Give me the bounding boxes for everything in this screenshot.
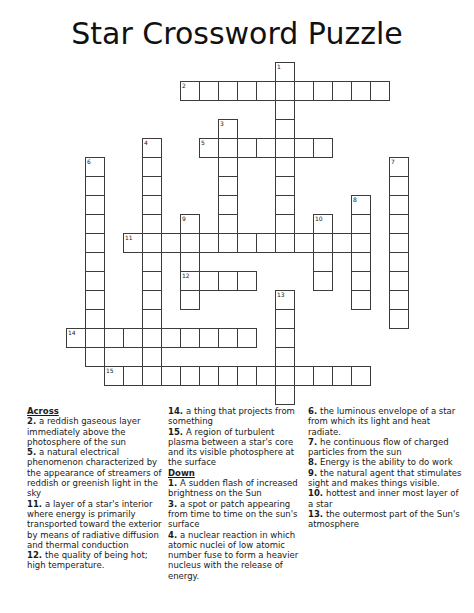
crossword-cell[interactable] [142, 347, 162, 367]
cell-number: 4 [144, 139, 148, 146]
crossword-cell[interactable] [142, 176, 162, 196]
clue-number: 15. [168, 427, 186, 437]
crossword-cell[interactable] [85, 176, 105, 196]
crossword-cell[interactable] [104, 328, 124, 348]
crossword-cell[interactable] [85, 347, 105, 367]
crossword-cell[interactable]: 9 [180, 214, 200, 234]
crossword-cell[interactable] [294, 366, 314, 386]
cell-number: 3 [220, 120, 224, 127]
cell-number: 2 [182, 82, 186, 89]
crossword-cell[interactable] [142, 214, 162, 234]
clue-number: 14. [168, 406, 186, 416]
crossword-cell[interactable] [142, 309, 162, 329]
crossword-cell[interactable] [389, 176, 409, 196]
crossword-cell[interactable] [161, 366, 181, 386]
crossword-cell[interactable] [275, 233, 295, 253]
crossword-cell[interactable] [389, 252, 409, 272]
crossword-cell[interactable] [332, 366, 352, 386]
crossword-cell[interactable] [389, 195, 409, 215]
crossword-cell[interactable] [389, 309, 409, 329]
crossword-cell[interactable] [199, 366, 219, 386]
crossword-cell[interactable] [275, 385, 295, 405]
clue-down-13: 13. the outermost part of the Sun's atmo… [308, 509, 462, 530]
cell-number: 9 [182, 215, 186, 222]
crossword-cell[interactable] [218, 81, 238, 101]
clue-number: 6. [308, 406, 320, 416]
crossword-cell[interactable] [142, 271, 162, 291]
crossword-cell[interactable]: 14 [66, 328, 86, 348]
crossword-cell[interactable] [218, 366, 238, 386]
crossword-cell[interactable] [313, 81, 333, 101]
crossword-cell[interactable]: 2 [180, 81, 200, 101]
clue-number: 4. [168, 530, 180, 540]
crossword-cell[interactable] [351, 81, 371, 101]
crossword-cell[interactable]: 11 [123, 233, 143, 253]
crossword-cell[interactable] [85, 271, 105, 291]
crossword-cell[interactable]: 5 [199, 138, 219, 158]
crossword-cell[interactable]: 15 [104, 366, 124, 386]
crossword-cell[interactable] [123, 328, 143, 348]
crossword-cell[interactable]: 7 [389, 157, 409, 177]
cell-number: 8 [353, 196, 357, 203]
cell-number: 12 [182, 272, 190, 279]
crossword-cell[interactable] [218, 176, 238, 196]
crossword-cell[interactable] [275, 138, 295, 158]
crossword-cell[interactable] [275, 100, 295, 120]
crossword-cell[interactable] [218, 214, 238, 234]
crossword-cell[interactable] [218, 195, 238, 215]
clue-across-15: 15. A region of turbulent plasma between… [168, 427, 305, 468]
crossword-grid: 123456789101112131415 [66, 62, 410, 406]
crossword-cell[interactable] [199, 328, 219, 348]
crossword-cell[interactable] [85, 233, 105, 253]
crossword-cell[interactable] [313, 366, 333, 386]
cell-number: 5 [201, 139, 205, 146]
crossword-cell[interactable] [275, 328, 295, 348]
crossword-cell[interactable] [275, 119, 295, 139]
crossword-cell[interactable] [199, 233, 219, 253]
crossword-cell[interactable] [237, 328, 257, 348]
crossword-cell[interactable]: 3 [218, 119, 238, 139]
clue-number: 11. [27, 499, 45, 509]
cell-number: 6 [87, 158, 91, 165]
crossword-cell[interactable] [180, 252, 200, 272]
crossword-cell[interactable] [85, 214, 105, 234]
clue-down-9: 9. the natural agent that stimulates sig… [308, 468, 462, 489]
clue-down-1: 1. A sudden flash of increased brightnes… [168, 478, 305, 499]
crossword-cell[interactable] [389, 233, 409, 253]
clue-number: 3. [168, 499, 180, 509]
crossword-cell[interactable] [142, 366, 162, 386]
clue-number: 12. [27, 550, 45, 560]
clue-number: 1. [168, 478, 180, 488]
crossword-cell[interactable] [218, 233, 238, 253]
crossword-cell[interactable] [389, 290, 409, 310]
crossword-cell[interactable] [85, 309, 105, 329]
crossword-cell[interactable] [142, 290, 162, 310]
crossword-cell[interactable] [332, 81, 352, 101]
clue-number: 13. [308, 509, 326, 519]
crossword-cell[interactable] [218, 157, 238, 177]
crossword-cell[interactable] [142, 233, 162, 253]
crossword-cell[interactable] [218, 138, 238, 158]
down-header: Down [168, 468, 305, 478]
crossword-cell[interactable] [142, 195, 162, 215]
clue-down-10: 10. hottest and inner most layer of a st… [308, 488, 462, 509]
crossword-cell[interactable] [256, 81, 276, 101]
crossword-cell[interactable] [351, 252, 371, 272]
crossword-cell[interactable]: 13 [275, 290, 295, 310]
cell-number: 10 [315, 215, 323, 222]
crossword-cell[interactable] [275, 195, 295, 215]
crossword-cell[interactable] [85, 195, 105, 215]
crossword-cell[interactable]: 8 [351, 195, 371, 215]
clues-column-2: 14. a thing that projects from something… [168, 406, 305, 581]
crossword-cell[interactable]: 4 [142, 138, 162, 158]
crossword-cell[interactable] [123, 366, 143, 386]
crossword-cell[interactable] [256, 138, 276, 158]
crossword-cell[interactable] [275, 347, 295, 367]
crossword-cell[interactable] [180, 290, 200, 310]
crossword-cell[interactable] [389, 271, 409, 291]
crossword-cell[interactable] [294, 138, 314, 158]
crossword-cell[interactable] [161, 233, 181, 253]
across-header: Across [27, 406, 168, 416]
clue-number: 10. [308, 488, 326, 498]
cell-number: 14 [68, 329, 76, 336]
cell-number: 7 [391, 158, 395, 165]
cell-number: 1 [277, 63, 281, 70]
crossword-cell[interactable] [237, 233, 257, 253]
crossword-cell[interactable] [294, 81, 314, 101]
crossword-cell[interactable] [256, 233, 276, 253]
crossword-cell[interactable] [180, 328, 200, 348]
crossword-cell[interactable] [351, 290, 371, 310]
crossword-cell[interactable] [351, 366, 371, 386]
clue-down-8: 8. Energy is the ability to do work [308, 457, 462, 467]
crossword-cell[interactable] [256, 366, 276, 386]
page-title: Star Crossword Puzzle [0, 16, 474, 51]
crossword-cell[interactable] [199, 271, 219, 291]
clue-down-6: 6. the luminous envelope of a star from … [308, 406, 462, 437]
clue-down-3: 3. a spot or patch appearing from time t… [168, 499, 305, 530]
clue-across-2: 2. a reddish gaseous layer immediately a… [27, 416, 168, 447]
clues-column-3: 6. the luminous envelope of a star from … [308, 406, 462, 530]
crossword-cell[interactable] [142, 252, 162, 272]
crossword-page: Star Crossword Puzzle 123456789101112131… [0, 0, 474, 613]
clue-number: 5. [27, 447, 39, 457]
clue-number: 8. [308, 457, 320, 467]
crossword-cell[interactable] [85, 252, 105, 272]
clue-number: 9. [308, 468, 320, 478]
crossword-cell[interactable] [370, 81, 390, 101]
clue-across-5: 5. a natural electrical phenomenon chara… [27, 447, 168, 498]
crossword-cell[interactable] [218, 271, 238, 291]
crossword-cell[interactable] [351, 271, 371, 291]
cell-number: 15 [106, 367, 114, 374]
cell-number: 13 [277, 291, 285, 298]
crossword-cell[interactable] [199, 81, 219, 101]
crossword-cell[interactable] [313, 233, 333, 253]
crossword-cell[interactable] [237, 81, 257, 101]
crossword-cell[interactable] [351, 214, 371, 234]
crossword-cell[interactable] [142, 328, 162, 348]
crossword-cell[interactable] [389, 214, 409, 234]
crossword-cell[interactable] [275, 309, 295, 329]
clue-number: 2. [27, 416, 39, 426]
crossword-cell[interactable] [294, 233, 314, 253]
crossword-cell[interactable]: 1 [275, 62, 295, 82]
crossword-cell[interactable]: 12 [180, 271, 200, 291]
crossword-cell[interactable] [237, 138, 257, 158]
crossword-cell[interactable] [275, 81, 295, 101]
crossword-cell[interactable] [275, 214, 295, 234]
crossword-cell[interactable] [275, 176, 295, 196]
crossword-cell[interactable] [332, 233, 352, 253]
crossword-cell[interactable] [275, 366, 295, 386]
clue-down-4: 4. a nuclear reaction in which atomic nu… [168, 530, 305, 581]
crossword-cell[interactable]: 10 [313, 214, 333, 234]
crossword-cell[interactable] [237, 366, 257, 386]
crossword-cell[interactable] [180, 233, 200, 253]
clue-down-7: 7. he continuous flow of charged particl… [308, 437, 462, 458]
crossword-cell[interactable]: 6 [85, 157, 105, 177]
cell-number: 11 [125, 234, 133, 241]
crossword-cell[interactable] [313, 252, 333, 272]
crossword-cell[interactable] [85, 328, 105, 348]
clue-across-12: 12. the quality of being hot; high tempe… [27, 550, 168, 571]
clue-across-11: 11. a layer of a star's interior where e… [27, 499, 168, 550]
crossword-cell[interactable] [275, 157, 295, 177]
clue-across-14: 14. a thing that projects from something [168, 406, 305, 427]
crossword-cell[interactable] [313, 138, 333, 158]
crossword-cell[interactable] [180, 366, 200, 386]
clues-column-1: Across2. a reddish gaseous layer immedia… [27, 406, 168, 571]
clue-number: 7. [308, 437, 320, 447]
crossword-cell[interactable] [85, 290, 105, 310]
crossword-cell[interactable] [313, 271, 333, 291]
crossword-cell[interactable] [161, 328, 181, 348]
crossword-cell[interactable] [237, 271, 257, 291]
crossword-cell[interactable] [351, 233, 371, 253]
crossword-cell[interactable] [218, 328, 238, 348]
crossword-cell[interactable] [142, 157, 162, 177]
